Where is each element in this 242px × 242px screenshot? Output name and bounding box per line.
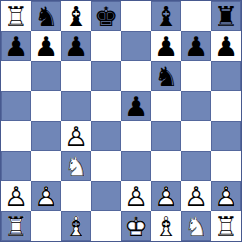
black-piece-glyph: ♞ (151, 61, 181, 91)
piece-white-pawn[interactable]: ♟♙ (151, 181, 181, 211)
square-b6[interactable] (31, 61, 61, 91)
square-d6[interactable] (91, 61, 121, 91)
black-piece-glyph: ♟ (61, 31, 91, 61)
square-f5[interactable] (151, 91, 181, 121)
square-c7[interactable]: ♟ (61, 31, 91, 61)
square-f2[interactable]: ♟♙ (151, 181, 181, 211)
black-piece-glyph: ♟ (31, 31, 61, 61)
white-piece-outline-layer: ♙ (121, 181, 151, 211)
square-h4[interactable] (211, 121, 241, 151)
square-b4[interactable] (31, 121, 61, 151)
piece-black-bishop[interactable]: ♝ (61, 1, 91, 31)
black-piece-glyph: ♚ (91, 1, 121, 31)
square-d8[interactable]: ♚ (91, 1, 121, 31)
square-f3[interactable] (151, 151, 181, 181)
white-piece-outline-layer: ♙ (151, 181, 181, 211)
square-c8[interactable]: ♝ (61, 1, 91, 31)
piece-white-knight[interactable]: ♞♘ (61, 151, 91, 181)
piece-black-king[interactable]: ♚ (91, 1, 121, 31)
square-f6[interactable]: ♞ (151, 61, 181, 91)
square-d7[interactable] (91, 31, 121, 61)
white-piece-outline-layer: ♙ (61, 121, 91, 151)
square-g6[interactable] (181, 61, 211, 91)
piece-white-pawn[interactable]: ♟♙ (61, 121, 91, 151)
square-c2[interactable] (61, 181, 91, 211)
square-a8[interactable]: ♜♖ (1, 1, 31, 31)
square-c5[interactable] (61, 91, 91, 121)
square-b7[interactable]: ♟ (31, 31, 61, 61)
piece-black-pawn[interactable]: ♟ (151, 31, 181, 61)
piece-black-rook[interactable]: ♜ (211, 1, 241, 31)
square-d5[interactable] (91, 91, 121, 121)
white-piece-outline-layer: ♗ (61, 211, 91, 241)
black-piece-glyph: ♟ (211, 31, 241, 61)
square-a6[interactable] (1, 61, 31, 91)
white-piece-outline-layer: ♙ (181, 181, 211, 211)
piece-black-pawn[interactable]: ♟ (31, 31, 61, 61)
square-a2[interactable]: ♟♙ (1, 181, 31, 211)
square-g3[interactable] (181, 151, 211, 181)
white-piece-outline-layer: ♖ (1, 1, 31, 31)
piece-white-rook[interactable]: ♜♖ (1, 1, 31, 31)
square-e1[interactable]: ♚♔ (121, 211, 151, 241)
square-e5[interactable]: ♟ (121, 91, 151, 121)
piece-black-knight[interactable]: ♞ (31, 1, 61, 31)
square-c6[interactable] (61, 61, 91, 91)
square-h3[interactable] (211, 151, 241, 181)
piece-black-pawn[interactable]: ♟ (181, 31, 211, 61)
piece-white-pawn[interactable]: ♟♙ (211, 181, 241, 211)
piece-white-pawn[interactable]: ♟♙ (1, 181, 31, 211)
square-a7[interactable]: ♟ (1, 31, 31, 61)
piece-white-rook[interactable]: ♜♖ (211, 211, 241, 241)
square-b3[interactable] (31, 151, 61, 181)
square-h8[interactable]: ♜ (211, 1, 241, 31)
square-f4[interactable] (151, 121, 181, 151)
piece-black-pawn[interactable]: ♟ (61, 31, 91, 61)
square-h1[interactable]: ♜♖ (211, 211, 241, 241)
white-piece-outline-layer: ♖ (1, 211, 31, 241)
square-d2[interactable] (91, 181, 121, 211)
square-a5[interactable] (1, 91, 31, 121)
square-e3[interactable] (121, 151, 151, 181)
square-b2[interactable]: ♟♙ (31, 181, 61, 211)
piece-white-bishop[interactable]: ♝♗ (61, 211, 91, 241)
square-e6[interactable] (121, 61, 151, 91)
piece-white-knight[interactable]: ♞♘ (181, 211, 211, 241)
black-piece-glyph: ♟ (151, 31, 181, 61)
square-h2[interactable]: ♟♙ (211, 181, 241, 211)
black-piece-glyph: ♝ (151, 1, 181, 31)
white-piece-outline-layer: ♙ (1, 181, 31, 211)
square-g8[interactable] (181, 1, 211, 31)
square-a3[interactable] (1, 151, 31, 181)
square-b8[interactable]: ♞ (31, 1, 61, 31)
piece-white-pawn[interactable]: ♟♙ (31, 181, 61, 211)
black-piece-glyph: ♝ (61, 1, 91, 31)
square-g4[interactable] (181, 121, 211, 151)
square-h7[interactable]: ♟ (211, 31, 241, 61)
square-a4[interactable] (1, 121, 31, 151)
black-piece-glyph: ♟ (1, 31, 31, 61)
black-piece-glyph: ♟ (121, 91, 151, 121)
piece-white-rook[interactable]: ♜♖ (1, 211, 31, 241)
white-piece-outline-layer: ♙ (31, 181, 61, 211)
square-h5[interactable] (211, 91, 241, 121)
square-g2[interactable]: ♟♙ (181, 181, 211, 211)
square-h6[interactable] (211, 61, 241, 91)
piece-black-pawn[interactable]: ♟ (1, 31, 31, 61)
square-e8[interactable] (121, 1, 151, 31)
square-d1[interactable] (91, 211, 121, 241)
square-g7[interactable]: ♟ (181, 31, 211, 61)
square-e2[interactable]: ♟♙ (121, 181, 151, 211)
square-d4[interactable] (91, 121, 121, 151)
white-piece-outline-layer: ♔ (121, 211, 151, 241)
piece-white-bishop[interactable]: ♝♗ (151, 211, 181, 241)
square-f7[interactable]: ♟ (151, 31, 181, 61)
black-piece-glyph: ♞ (31, 1, 61, 31)
square-c1[interactable]: ♝♗ (61, 211, 91, 241)
square-g1[interactable]: ♞♘ (181, 211, 211, 241)
square-c3[interactable]: ♞♘ (61, 151, 91, 181)
white-piece-outline-layer: ♗ (151, 211, 181, 241)
square-b1[interactable] (31, 211, 61, 241)
black-piece-glyph: ♟ (181, 31, 211, 61)
square-f1[interactable]: ♝♗ (151, 211, 181, 241)
white-piece-outline-layer: ♘ (181, 211, 211, 241)
piece-black-pawn[interactable]: ♟ (211, 31, 241, 61)
piece-black-pawn[interactable]: ♟ (121, 91, 151, 121)
square-b5[interactable] (31, 91, 61, 121)
chess-board: ♜♖♞♝♚♝♜♟♟♟♟♟♟♞♟♟♙♞♘♟♙♟♙♟♙♟♙♟♙♟♙♜♖♝♗♚♔♝♗♞… (0, 0, 242, 242)
white-piece-outline-layer: ♘ (61, 151, 91, 181)
black-piece-glyph: ♜ (211, 1, 241, 31)
square-d3[interactable] (91, 151, 121, 181)
piece-white-king[interactable]: ♚♔ (121, 211, 151, 241)
white-piece-outline-layer: ♙ (211, 181, 241, 211)
square-e7[interactable] (121, 31, 151, 61)
square-f8[interactable]: ♝ (151, 1, 181, 31)
square-a1[interactable]: ♜♖ (1, 211, 31, 241)
piece-white-pawn[interactable]: ♟♙ (181, 181, 211, 211)
square-e4[interactable] (121, 121, 151, 151)
square-c4[interactable]: ♟♙ (61, 121, 91, 151)
piece-black-knight[interactable]: ♞ (151, 61, 181, 91)
piece-black-bishop[interactable]: ♝ (151, 1, 181, 31)
white-piece-outline-layer: ♖ (211, 211, 241, 241)
square-g5[interactable] (181, 91, 211, 121)
piece-white-pawn[interactable]: ♟♙ (121, 181, 151, 211)
